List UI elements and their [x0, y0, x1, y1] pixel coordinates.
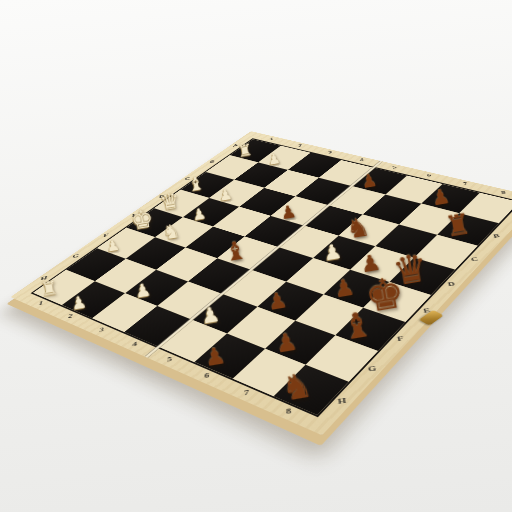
coordinate-label-file-right: E: [419, 306, 434, 316]
piece-white-pawn[interactable]: ♟: [218, 187, 233, 203]
coordinate-label-rank-top: 8: [497, 189, 511, 196]
piece-black-pawn[interactable]: ♟: [279, 202, 297, 221]
coordinate-label-file-right: D: [444, 280, 459, 289]
piece-white-pawn[interactable]: ♟: [200, 304, 222, 327]
coordinate-label-rank-bottom: 6: [200, 371, 214, 382]
coordinate-label-rank-top: 2: [295, 143, 305, 149]
piece-black-pawn[interactable]: ♟: [430, 187, 451, 209]
piece-white-pawn[interactable]: ♟: [105, 238, 120, 254]
piece-black-pawn[interactable]: ♟: [274, 331, 300, 358]
coordinate-label-rank-bottom: 4: [128, 340, 142, 350]
piece-white-queen[interactable]: ♛: [159, 190, 182, 214]
piece-white-bishop[interactable]: ♝: [187, 174, 206, 194]
piece-white-pawn[interactable]: ♟: [133, 280, 152, 299]
coordinate-label-rank-top: 3: [325, 150, 336, 156]
coordinate-label-rank-bottom: 7: [239, 388, 253, 399]
piece-white-knight[interactable]: ♞: [162, 222, 182, 243]
coordinate-label-file-right: B: [489, 232, 504, 240]
coordinate-label-rank-bottom: 5: [163, 355, 177, 365]
piece-white-king[interactable]: ♚: [129, 207, 155, 234]
chess-set-photo: ♜♟♟♟♜♝♟♟♞♛♟♟♟♛♚♞♝♟♚♟♟♝♟♟♟♜♟♟♞ 11AA22BB33…: [0, 0, 512, 512]
piece-white-pawn[interactable]: ♟: [322, 242, 344, 264]
coordinate-label-rank-top: 4: [356, 157, 367, 163]
piece-black-pawn[interactable]: ♟: [266, 290, 289, 314]
square-g8[interactable]: [306, 335, 378, 381]
coordinate-label-rank-bottom: 8: [281, 406, 296, 418]
piece-black-knight[interactable]: ♞: [279, 369, 315, 406]
piece-black-pawn[interactable]: ♟: [203, 345, 227, 370]
square-b6[interactable]: [363, 195, 422, 225]
piece-black-bishop[interactable]: ♝: [222, 238, 248, 265]
piece-white-pawn[interactable]: ♟: [267, 151, 282, 166]
piece-white-rook[interactable]: ♜: [39, 278, 59, 299]
piece-black-pawn[interactable]: ♟: [332, 277, 356, 302]
piece-white-pawn[interactable]: ♟: [191, 206, 207, 222]
coordinate-label-file-right: G: [365, 364, 381, 375]
piece-black-knight[interactable]: ♞: [344, 214, 371, 242]
piece-white-rook[interactable]: ♜: [237, 142, 254, 159]
coordinate-label-rank-top: 5: [389, 164, 401, 170]
piece-black-rook[interactable]: ♜: [443, 211, 473, 242]
coordinate-label-rank-bottom: 2: [63, 312, 77, 321]
coordinate-label-rank-bottom: 3: [95, 326, 109, 335]
piece-white-pawn[interactable]: ♟: [70, 293, 88, 311]
coordinate-label-file-right: C: [467, 256, 482, 264]
piece-black-pawn[interactable]: ♟: [360, 172, 378, 191]
coordinate-label-file-right: F: [393, 334, 408, 344]
piece-black-bishop[interactable]: ♝: [339, 307, 375, 344]
coordinate-label-rank-bottom: 1: [34, 299, 47, 308]
coordinate-label-rank-top: 1: [267, 136, 277, 142]
coordinate-label-file-right: H: [334, 396, 350, 408]
